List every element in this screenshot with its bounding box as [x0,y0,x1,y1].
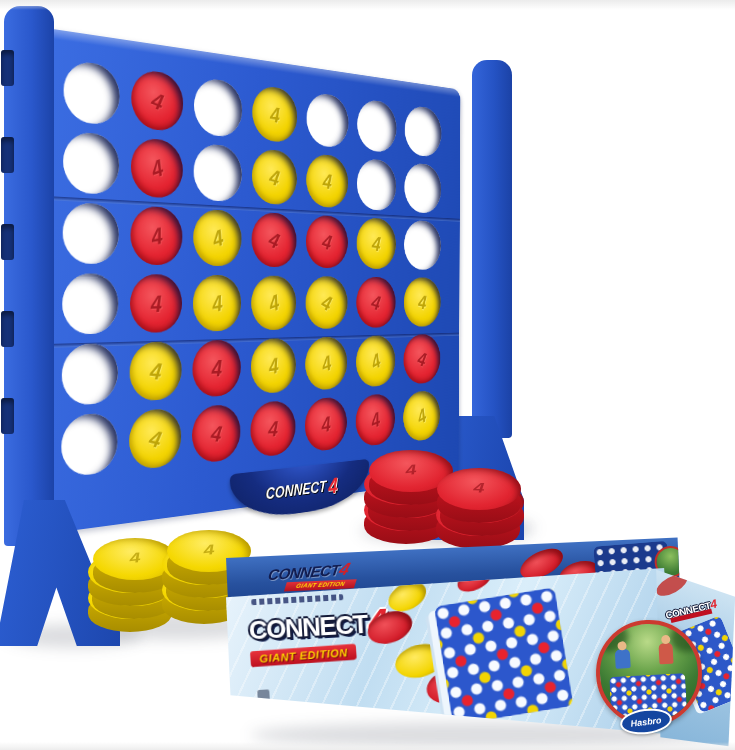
red-disc: 4 [356,393,395,447]
empty-hole [404,220,441,270]
empty-hole [306,92,348,149]
red-disc: 4 [130,274,182,333]
cell-r2c3[interactable] [190,140,245,206]
yellow-disc: 4 [193,275,242,332]
empty-hole [61,412,117,477]
cell-r2c1[interactable] [59,127,122,198]
cell-r1c5[interactable] [304,89,351,152]
red-disc: 4 [192,404,241,464]
cell-r3c4[interactable]: 4 [249,209,300,270]
box-edition-banner: GIANT EDITION [250,644,357,668]
post-hinge-notch [1,398,14,434]
red-disc: 4 [131,68,183,132]
box-mini-board-art [434,587,574,725]
red-disc: 4 [250,400,295,458]
disc-numeral: 4 [301,331,351,396]
yellow-disc: 4 [251,338,296,394]
empty-hole [404,162,441,214]
photo-kid-body [658,643,673,665]
cell-r4c6[interactable]: 4 [354,274,398,330]
yellow-disc: 4 [129,341,181,402]
yellow-disc: 4 [305,276,347,329]
disc-numeral: 4 [302,210,352,273]
empty-hole [194,143,242,203]
cell-r3c5[interactable]: 4 [303,212,350,271]
cell-r5c4[interactable]: 4 [248,335,299,397]
cell-r4c7[interactable]: 4 [401,275,443,330]
disc-numeral: 4 [399,329,444,389]
disc-numeral: 4 [187,203,247,273]
post-hinge-notch [1,311,14,347]
disc-numeral: 4 [250,401,297,457]
cell-r2c4[interactable]: 4 [249,145,300,208]
disc-numeral: 4 [192,340,241,398]
cell-r1c3[interactable] [191,73,245,141]
disc-numeral: 4 [123,404,187,473]
disc-numeral: 4 [355,215,398,271]
empty-hole [357,158,396,211]
empty-hole [357,98,396,153]
board-logo: CONNECT 4 [230,459,370,523]
disc-numeral: 4 [127,339,185,402]
board-logo-number: 4 [328,472,338,499]
cell-r4c3[interactable]: 4 [190,272,245,335]
red-disc: 4 [251,212,296,268]
disc-numeral: 4 [129,274,182,335]
empty-hole [63,59,119,126]
disc-numeral: 4 [248,144,300,210]
board-right-post [472,60,512,438]
post-hinge-notch [1,137,14,173]
disc-numeral: 4 [125,63,188,139]
yellow-disc: 4 [252,148,297,205]
red-disc: 4 [356,277,395,328]
cell-r4c4[interactable]: 4 [248,273,299,333]
disc-numeral: 4 [124,132,190,205]
disc-numeral: 4 [437,473,522,505]
red-disc: 4 [306,215,348,269]
disc-numeral: 4 [303,394,348,454]
yellow-disc: 4 [404,277,441,327]
disc-numeral: 4 [246,269,301,337]
box-front-logo-word: CONNECT [248,609,368,646]
disc-numeral: 4 [398,384,444,449]
empty-hole [62,273,118,334]
yellow-disc: 4 [305,337,347,391]
yellow-disc: 4 [252,84,297,143]
disc-numeral: 4 [245,205,302,275]
yellow-disc: 4 [357,217,396,269]
cell-r3c6[interactable]: 4 [354,215,398,272]
cell-r6c5[interactable]: 4 [302,394,349,455]
disc-numeral: 4 [190,271,245,336]
red-disc: 4 [131,137,183,199]
board-logo-word: CONNECT [266,478,327,504]
product-photo-scene: 4444444444444444444444444444 CONNECT 4 4… [0,0,735,750]
cell-r1c7[interactable] [402,102,444,160]
cell-r6c7[interactable]: 4 [401,388,443,445]
cell-r5c6[interactable]: 4 [353,333,397,391]
red-stack-2[interactable]: 4 [438,468,524,550]
cell-r6c6[interactable]: 4 [353,391,397,450]
cell-r6c1[interactable] [58,409,122,481]
disc-numeral: 4 [350,328,400,395]
disc-face: 4 [437,468,521,510]
cell-r3c2[interactable]: 4 [127,202,186,268]
disc-numeral: 4 [299,268,353,336]
red-disc: 4 [403,334,440,385]
disc-numeral: 4 [402,274,443,329]
disc-numeral: 4 [352,271,399,333]
cell-r1c1[interactable] [60,56,123,129]
cell-r2c6[interactable] [354,155,398,214]
photo-kid-body [615,649,631,669]
yellow-disc: 4 [129,408,181,471]
red-disc: 4 [305,396,347,452]
post-hinge-notch [1,224,14,260]
cell-r6c2[interactable]: 4 [126,405,185,474]
disc-numeral: 4 [305,152,349,210]
cell-r5c3[interactable]: 4 [189,337,244,401]
cell-r3c7[interactable] [402,217,444,272]
empty-hole [62,343,118,406]
board-left-post [4,6,54,546]
empty-hole [63,131,119,196]
yellow-disc: 4 [356,335,395,387]
disc-numeral: 4 [189,402,244,463]
product-box: CONNECT4 GIANT EDITION CONNECT4 GIANT ED… [216,556,735,750]
empty-hole [194,77,242,139]
empty-hole [405,105,442,158]
cell-r1c2[interactable]: 4 [128,65,187,135]
cell-r5c1[interactable] [58,340,121,409]
cell-r2c7[interactable] [402,160,444,217]
empty-hole [63,202,119,264]
cell-r1c4[interactable]: 4 [249,81,300,146]
yellow-disc: 4 [403,390,440,442]
cell-r3c3[interactable]: 4 [190,206,245,269]
post-hinge-notch [1,50,14,86]
red-disc: 4 [192,340,241,398]
cell-r5c5[interactable]: 4 [302,334,349,394]
photo-kid-right [658,643,673,665]
board-grid: 4444444444444444444444444444 [58,56,444,481]
cell-r6c3[interactable]: 4 [189,401,244,467]
cell-r2c5[interactable]: 4 [303,150,350,211]
cell-r2c2[interactable]: 4 [127,134,186,202]
cell-r5c7[interactable]: 4 [401,331,443,387]
cell-r5c2[interactable]: 4 [126,338,185,405]
disc-numeral: 4 [248,335,298,397]
disc-numeral: 4 [126,203,186,270]
cell-r1c6[interactable] [355,96,399,156]
cell-r6c4[interactable]: 4 [247,397,298,461]
cell-r4c2[interactable]: 4 [127,271,186,336]
yellow-disc: 4 [251,275,296,330]
cell-r4c1[interactable] [58,270,121,338]
yellow-disc: 4 [193,209,241,267]
disc-numeral: 4 [352,389,398,452]
disc-numeral: 4 [252,84,298,144]
red-disc: 4 [130,205,182,265]
box-age-mark [257,689,270,704]
cell-r4c5[interactable]: 4 [303,274,350,332]
photo-kid-left [615,649,631,669]
yellow-disc: 4 [306,153,348,208]
red-spare-disc: 4 [437,468,521,524]
cell-r3c1[interactable] [59,199,122,267]
